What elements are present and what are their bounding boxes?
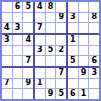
box-1: 6543	[2, 2, 33, 33]
cell-r1c7[interactable]	[68, 2, 78, 12]
cell-r3c9[interactable]	[89, 23, 99, 33]
cell-r9c9[interactable]	[89, 89, 99, 99]
box-8: 7195	[35, 68, 66, 99]
box-5: 352	[35, 35, 66, 66]
cell-r3c6[interactable]	[56, 23, 66, 33]
cell-r3c8[interactable]	[79, 23, 89, 33]
cell-r2c4[interactable]	[35, 13, 45, 23]
cell-r7c7[interactable]	[68, 68, 78, 78]
cell-r4c2[interactable]	[13, 35, 23, 45]
cell-r8c2[interactable]	[13, 79, 23, 89]
box-9: 9361	[68, 68, 99, 99]
cell-r3c4[interactable]: 7	[35, 23, 45, 33]
cell-r3c1[interactable]: 4	[2, 23, 12, 33]
cell-r4c4[interactable]	[35, 35, 45, 45]
cell-r4c5[interactable]	[46, 35, 56, 45]
cell-r2c1[interactable]	[2, 13, 12, 23]
cell-r1c9[interactable]	[89, 2, 99, 12]
cell-r6c2[interactable]	[13, 56, 23, 66]
box-2: 4897	[35, 2, 66, 33]
box-3: 38	[68, 2, 99, 33]
cell-r1c3[interactable]: 5	[23, 2, 33, 12]
cell-r9c7[interactable]: 6	[68, 89, 78, 99]
cell-r4c3[interactable]: 4	[23, 35, 33, 45]
cell-r6c6[interactable]	[56, 56, 66, 66]
cell-r6c4[interactable]	[35, 56, 45, 66]
cell-r9c2[interactable]	[13, 89, 23, 99]
cell-r6c8[interactable]	[79, 56, 89, 66]
cell-r4c6[interactable]	[56, 35, 66, 45]
cell-r5c3[interactable]	[23, 46, 33, 56]
cell-r1c4[interactable]: 4	[35, 2, 45, 12]
cell-r3c3[interactable]	[23, 23, 33, 33]
cell-r1c5[interactable]: 8	[46, 2, 56, 12]
cell-r2c8[interactable]	[79, 13, 89, 23]
cell-r2c7[interactable]: 3	[68, 13, 78, 23]
cell-r9c5[interactable]: 9	[46, 89, 56, 99]
cell-r1c2[interactable]: 6	[13, 2, 23, 12]
cell-r3c7[interactable]	[68, 23, 78, 33]
cell-r5c5[interactable]: 5	[46, 46, 56, 56]
cell-r9c3[interactable]	[23, 89, 33, 99]
cell-r7c9[interactable]: 3	[89, 68, 99, 78]
cell-r3c2[interactable]: 3	[13, 23, 23, 33]
box-6: 156	[68, 35, 99, 66]
cell-r3c5[interactable]	[46, 23, 56, 33]
cell-r8c3[interactable]: 9	[23, 79, 33, 89]
cell-r7c5[interactable]	[46, 68, 56, 78]
cell-r6c1[interactable]	[2, 56, 12, 66]
cell-r7c2[interactable]	[13, 68, 23, 78]
cell-r8c8[interactable]	[79, 79, 89, 89]
cell-r5c7[interactable]	[68, 46, 78, 56]
cell-r6c7[interactable]: 5	[68, 56, 78, 66]
cell-r9c4[interactable]	[35, 89, 45, 99]
cell-r6c3[interactable]: 7	[23, 56, 33, 66]
cell-r2c2[interactable]	[13, 13, 23, 23]
cell-r2c5[interactable]	[46, 13, 56, 23]
box-7: 79	[2, 68, 33, 99]
cell-r9c6[interactable]: 5	[56, 89, 66, 99]
cell-r2c6[interactable]: 9	[56, 13, 66, 23]
cell-r9c8[interactable]: 1	[79, 89, 89, 99]
cell-r5c8[interactable]	[79, 46, 89, 56]
cell-r8c4[interactable]: 1	[35, 79, 45, 89]
cell-r6c9[interactable]: 6	[89, 56, 99, 66]
cell-r6c5[interactable]	[46, 56, 56, 66]
cell-r8c6[interactable]	[56, 79, 66, 89]
cell-r1c1[interactable]	[2, 2, 12, 12]
cell-r4c7[interactable]: 1	[68, 35, 78, 45]
cell-r8c7[interactable]	[68, 79, 78, 89]
cell-r5c6[interactable]: 2	[56, 46, 66, 56]
cell-r5c4[interactable]: 3	[35, 46, 45, 56]
cell-r7c6[interactable]: 7	[56, 68, 66, 78]
cell-r4c1[interactable]: 3	[2, 35, 12, 45]
cell-r2c3[interactable]	[23, 13, 33, 23]
cell-r5c9[interactable]	[89, 46, 99, 56]
cell-r7c8[interactable]: 9	[79, 68, 89, 78]
cell-r8c1[interactable]: 7	[2, 79, 12, 89]
cell-r5c1[interactable]	[2, 46, 12, 56]
cell-r2c9[interactable]: 8	[89, 13, 99, 23]
cell-r8c9[interactable]	[89, 79, 99, 89]
cell-r7c4[interactable]	[35, 68, 45, 78]
cell-r1c6[interactable]	[56, 2, 66, 12]
cell-r8c5[interactable]	[46, 79, 56, 89]
cell-r7c3[interactable]	[23, 68, 33, 78]
cell-r1c8[interactable]	[79, 2, 89, 12]
cell-r4c9[interactable]	[89, 35, 99, 45]
cell-r9c1[interactable]	[2, 89, 12, 99]
cell-r5c2[interactable]	[13, 46, 23, 56]
sudoku-board: 65434897383473521567971959361	[0, 0, 101, 101]
cell-r4c8[interactable]	[79, 35, 89, 45]
box-4: 347	[2, 35, 33, 66]
cell-r7c1[interactable]	[2, 68, 12, 78]
